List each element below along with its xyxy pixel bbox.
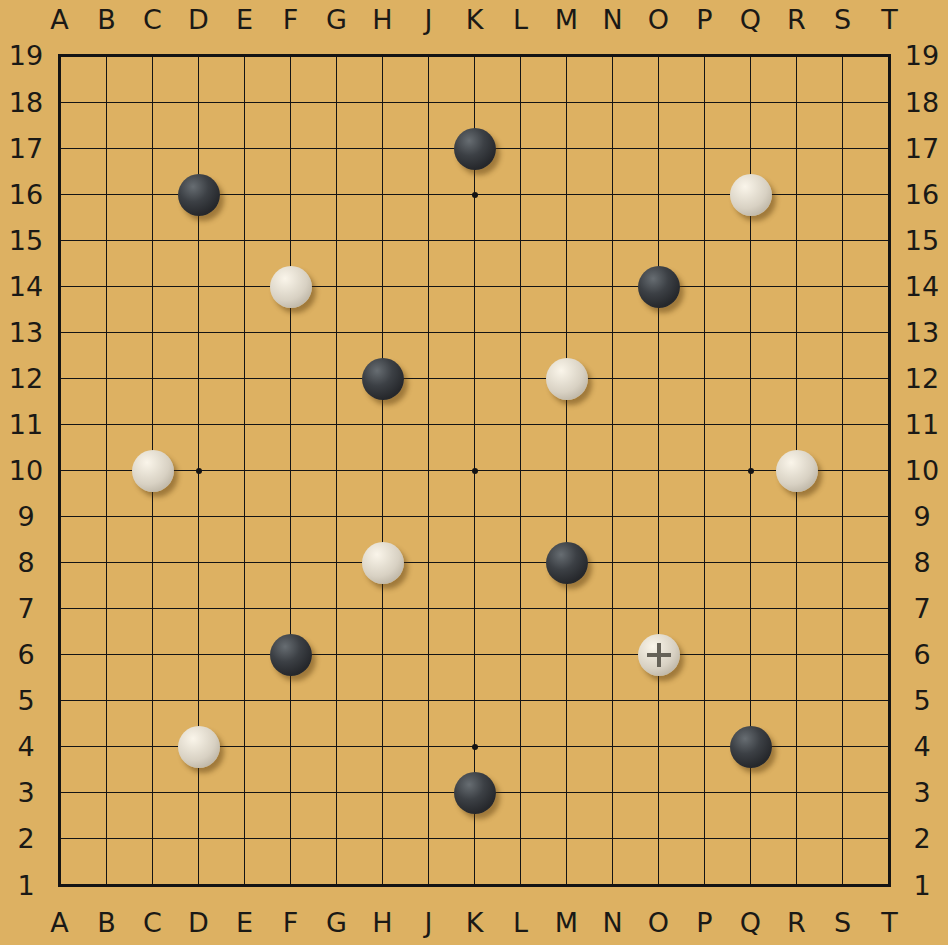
intersection-P6[interactable]: [682, 632, 728, 678]
intersection-M3[interactable]: [544, 770, 590, 816]
intersection-M19[interactable]: [544, 33, 590, 79]
intersection-Q6[interactable]: [728, 632, 774, 678]
intersection-F17[interactable]: [268, 126, 314, 172]
intersection-P12[interactable]: [682, 356, 728, 402]
intersection-N2[interactable]: [590, 816, 636, 862]
intersection-Q7[interactable]: [728, 586, 774, 632]
intersection-N18[interactable]: [590, 80, 636, 126]
intersection-R9[interactable]: [774, 494, 820, 540]
intersection-N14[interactable]: [590, 264, 636, 310]
intersection-G10[interactable]: [314, 448, 360, 494]
intersection-Q19[interactable]: [728, 33, 774, 79]
intersection-H4[interactable]: [360, 724, 406, 770]
intersection-S9[interactable]: [820, 494, 866, 540]
intersection-N17[interactable]: [590, 126, 636, 172]
intersection-Q1[interactable]: [728, 863, 774, 909]
intersection-B17[interactable]: [84, 126, 130, 172]
intersection-C16[interactable]: [130, 172, 176, 218]
intersection-G12[interactable]: [314, 356, 360, 402]
intersection-K15[interactable]: [452, 218, 498, 264]
intersection-B3[interactable]: [84, 770, 130, 816]
intersection-P13[interactable]: [682, 310, 728, 356]
intersection-M1[interactable]: [544, 863, 590, 909]
intersection-M16[interactable]: [544, 172, 590, 218]
intersection-D19[interactable]: [176, 33, 222, 79]
intersection-P4[interactable]: [682, 724, 728, 770]
intersection-G8[interactable]: [314, 540, 360, 586]
intersection-F15[interactable]: [268, 218, 314, 264]
intersection-M14[interactable]: [544, 264, 590, 310]
intersection-D10[interactable]: [176, 448, 222, 494]
intersection-H6[interactable]: [360, 632, 406, 678]
intersection-Q12[interactable]: [728, 356, 774, 402]
intersection-A2[interactable]: [37, 816, 83, 862]
intersection-T18[interactable]: [867, 80, 913, 126]
intersection-L17[interactable]: [498, 126, 544, 172]
intersection-Q11[interactable]: [728, 402, 774, 448]
intersection-O7[interactable]: [636, 586, 682, 632]
intersection-L7[interactable]: [498, 586, 544, 632]
intersection-M9[interactable]: [544, 494, 590, 540]
intersection-E13[interactable]: [222, 310, 268, 356]
intersection-P9[interactable]: [682, 494, 728, 540]
intersection-K2[interactable]: [452, 816, 498, 862]
intersection-R3[interactable]: [774, 770, 820, 816]
intersection-F4[interactable]: [268, 724, 314, 770]
intersection-L8[interactable]: [498, 540, 544, 586]
intersection-E6[interactable]: [222, 632, 268, 678]
intersection-S3[interactable]: [820, 770, 866, 816]
intersection-C12[interactable]: [130, 356, 176, 402]
intersection-O10[interactable]: [636, 448, 682, 494]
intersection-Q2[interactable]: [728, 816, 774, 862]
intersection-N15[interactable]: [590, 218, 636, 264]
intersection-G2[interactable]: [314, 816, 360, 862]
intersection-C7[interactable]: [130, 586, 176, 632]
intersection-N5[interactable]: [590, 678, 636, 724]
intersection-A9[interactable]: [37, 494, 83, 540]
intersection-T17[interactable]: [867, 126, 913, 172]
intersection-F12[interactable]: [268, 356, 314, 402]
intersection-G18[interactable]: [314, 80, 360, 126]
intersection-P10[interactable]: [682, 448, 728, 494]
intersection-K16[interactable]: [452, 172, 498, 218]
intersection-J5[interactable]: [406, 678, 452, 724]
intersection-S13[interactable]: [820, 310, 866, 356]
intersection-H17[interactable]: [360, 126, 406, 172]
intersection-G13[interactable]: [314, 310, 360, 356]
intersection-B15[interactable]: [84, 218, 130, 264]
intersection-N9[interactable]: [590, 494, 636, 540]
intersection-D18[interactable]: [176, 80, 222, 126]
intersection-P16[interactable]: [682, 172, 728, 218]
intersection-F10[interactable]: [268, 448, 314, 494]
intersection-E14[interactable]: [222, 264, 268, 310]
intersection-E19[interactable]: [222, 33, 268, 79]
intersection-T9[interactable]: [867, 494, 913, 540]
intersection-L19[interactable]: [498, 33, 544, 79]
intersection-R12[interactable]: [774, 356, 820, 402]
intersection-M4[interactable]: [544, 724, 590, 770]
intersection-C11[interactable]: [130, 402, 176, 448]
intersection-P17[interactable]: [682, 126, 728, 172]
intersection-P5[interactable]: [682, 678, 728, 724]
intersection-E18[interactable]: [222, 80, 268, 126]
intersection-D17[interactable]: [176, 126, 222, 172]
intersection-C2[interactable]: [130, 816, 176, 862]
intersection-F11[interactable]: [268, 402, 314, 448]
intersection-N6[interactable]: [590, 632, 636, 678]
intersection-H5[interactable]: [360, 678, 406, 724]
intersection-B16[interactable]: [84, 172, 130, 218]
intersection-R1[interactable]: [774, 863, 820, 909]
intersection-R6[interactable]: [774, 632, 820, 678]
intersection-H11[interactable]: [360, 402, 406, 448]
intersection-F16[interactable]: [268, 172, 314, 218]
intersection-B2[interactable]: [84, 816, 130, 862]
intersection-H19[interactable]: [360, 33, 406, 79]
intersection-N1[interactable]: [590, 863, 636, 909]
intersection-K4[interactable]: [452, 724, 498, 770]
intersection-G17[interactable]: [314, 126, 360, 172]
intersection-Q4[interactable]: [728, 724, 774, 770]
intersection-M10[interactable]: [544, 448, 590, 494]
intersection-F6[interactable]: [268, 632, 314, 678]
intersection-B19[interactable]: [84, 33, 130, 79]
intersection-S12[interactable]: [820, 356, 866, 402]
intersection-A11[interactable]: [37, 402, 83, 448]
intersection-Q10[interactable]: [728, 448, 774, 494]
intersection-T10[interactable]: [867, 448, 913, 494]
intersection-T1[interactable]: [867, 863, 913, 909]
intersection-T16[interactable]: [867, 172, 913, 218]
intersection-G14[interactable]: [314, 264, 360, 310]
intersection-D6[interactable]: [176, 632, 222, 678]
intersection-K11[interactable]: [452, 402, 498, 448]
intersection-F3[interactable]: [268, 770, 314, 816]
intersection-G9[interactable]: [314, 494, 360, 540]
intersection-M8[interactable]: [544, 540, 590, 586]
intersection-A4[interactable]: [37, 724, 83, 770]
intersection-D5[interactable]: [176, 678, 222, 724]
intersection-O8[interactable]: [636, 540, 682, 586]
intersection-R18[interactable]: [774, 80, 820, 126]
intersection-L16[interactable]: [498, 172, 544, 218]
intersection-L11[interactable]: [498, 402, 544, 448]
intersection-C5[interactable]: [130, 678, 176, 724]
intersection-B1[interactable]: [84, 863, 130, 909]
intersection-J16[interactable]: [406, 172, 452, 218]
intersection-L14[interactable]: [498, 264, 544, 310]
intersection-H2[interactable]: [360, 816, 406, 862]
intersection-H15[interactable]: [360, 218, 406, 264]
intersection-M11[interactable]: [544, 402, 590, 448]
intersection-R15[interactable]: [774, 218, 820, 264]
intersection-J12[interactable]: [406, 356, 452, 402]
intersection-K1[interactable]: [452, 863, 498, 909]
intersection-E4[interactable]: [222, 724, 268, 770]
intersection-K8[interactable]: [452, 540, 498, 586]
intersection-K9[interactable]: [452, 494, 498, 540]
intersection-T2[interactable]: [867, 816, 913, 862]
intersection-F13[interactable]: [268, 310, 314, 356]
intersection-R2[interactable]: [774, 816, 820, 862]
intersection-Q15[interactable]: [728, 218, 774, 264]
intersection-E1[interactable]: [222, 863, 268, 909]
intersection-Q3[interactable]: [728, 770, 774, 816]
intersection-N11[interactable]: [590, 402, 636, 448]
intersection-L3[interactable]: [498, 770, 544, 816]
intersection-K19[interactable]: [452, 33, 498, 79]
intersection-L1[interactable]: [498, 863, 544, 909]
intersection-S8[interactable]: [820, 540, 866, 586]
intersection-E5[interactable]: [222, 678, 268, 724]
intersection-F7[interactable]: [268, 586, 314, 632]
intersection-J9[interactable]: [406, 494, 452, 540]
intersection-P19[interactable]: [682, 33, 728, 79]
intersection-D11[interactable]: [176, 402, 222, 448]
intersection-O13[interactable]: [636, 310, 682, 356]
intersection-S10[interactable]: [820, 448, 866, 494]
intersection-J13[interactable]: [406, 310, 452, 356]
intersection-J18[interactable]: [406, 80, 452, 126]
intersection-C9[interactable]: [130, 494, 176, 540]
intersection-A19[interactable]: [37, 33, 83, 79]
intersection-D14[interactable]: [176, 264, 222, 310]
intersection-T19[interactable]: [867, 33, 913, 79]
intersection-T5[interactable]: [867, 678, 913, 724]
intersection-H8[interactable]: [360, 540, 406, 586]
intersection-A13[interactable]: [37, 310, 83, 356]
intersection-B12[interactable]: [84, 356, 130, 402]
intersection-A5[interactable]: [37, 678, 83, 724]
intersection-D9[interactable]: [176, 494, 222, 540]
intersection-O9[interactable]: [636, 494, 682, 540]
intersection-S1[interactable]: [820, 863, 866, 909]
intersection-K14[interactable]: [452, 264, 498, 310]
intersection-E11[interactable]: [222, 402, 268, 448]
intersection-F18[interactable]: [268, 80, 314, 126]
intersection-J4[interactable]: [406, 724, 452, 770]
intersection-R14[interactable]: [774, 264, 820, 310]
intersection-K12[interactable]: [452, 356, 498, 402]
intersection-D12[interactable]: [176, 356, 222, 402]
intersection-E3[interactable]: [222, 770, 268, 816]
intersection-R8[interactable]: [774, 540, 820, 586]
intersection-D8[interactable]: [176, 540, 222, 586]
intersection-C19[interactable]: [130, 33, 176, 79]
intersection-S5[interactable]: [820, 678, 866, 724]
intersection-L4[interactable]: [498, 724, 544, 770]
intersection-G4[interactable]: [314, 724, 360, 770]
intersection-L15[interactable]: [498, 218, 544, 264]
intersection-M6[interactable]: [544, 632, 590, 678]
intersection-B13[interactable]: [84, 310, 130, 356]
intersection-N3[interactable]: [590, 770, 636, 816]
intersection-Q16[interactable]: [728, 172, 774, 218]
intersection-A3[interactable]: [37, 770, 83, 816]
intersection-O18[interactable]: [636, 80, 682, 126]
intersection-L13[interactable]: [498, 310, 544, 356]
intersection-H14[interactable]: [360, 264, 406, 310]
intersection-T4[interactable]: [867, 724, 913, 770]
intersection-G16[interactable]: [314, 172, 360, 218]
intersection-K17[interactable]: [452, 126, 498, 172]
intersection-L18[interactable]: [498, 80, 544, 126]
intersection-A7[interactable]: [37, 586, 83, 632]
intersection-D16[interactable]: [176, 172, 222, 218]
intersection-A15[interactable]: [37, 218, 83, 264]
intersection-Q5[interactable]: [728, 678, 774, 724]
intersection-N10[interactable]: [590, 448, 636, 494]
intersection-K6[interactable]: [452, 632, 498, 678]
intersection-F2[interactable]: [268, 816, 314, 862]
intersection-E9[interactable]: [222, 494, 268, 540]
intersection-A1[interactable]: [37, 863, 83, 909]
intersection-L5[interactable]: [498, 678, 544, 724]
intersection-H3[interactable]: [360, 770, 406, 816]
intersection-Q9[interactable]: [728, 494, 774, 540]
intersection-F19[interactable]: [268, 33, 314, 79]
intersection-H7[interactable]: [360, 586, 406, 632]
intersection-J17[interactable]: [406, 126, 452, 172]
intersection-E17[interactable]: [222, 126, 268, 172]
intersection-T7[interactable]: [867, 586, 913, 632]
intersection-B7[interactable]: [84, 586, 130, 632]
intersection-B11[interactable]: [84, 402, 130, 448]
intersection-K5[interactable]: [452, 678, 498, 724]
intersection-T11[interactable]: [867, 402, 913, 448]
intersection-N19[interactable]: [590, 33, 636, 79]
intersection-B18[interactable]: [84, 80, 130, 126]
intersection-O1[interactable]: [636, 863, 682, 909]
intersection-L9[interactable]: [498, 494, 544, 540]
intersection-O11[interactable]: [636, 402, 682, 448]
intersection-A8[interactable]: [37, 540, 83, 586]
intersection-R17[interactable]: [774, 126, 820, 172]
intersection-M5[interactable]: [544, 678, 590, 724]
intersection-C10[interactable]: [130, 448, 176, 494]
intersection-A14[interactable]: [37, 264, 83, 310]
intersection-G3[interactable]: [314, 770, 360, 816]
intersection-C15[interactable]: [130, 218, 176, 264]
intersection-O12[interactable]: [636, 356, 682, 402]
intersection-A6[interactable]: [37, 632, 83, 678]
intersection-D3[interactable]: [176, 770, 222, 816]
intersection-R19[interactable]: [774, 33, 820, 79]
intersection-A17[interactable]: [37, 126, 83, 172]
intersection-O14[interactable]: [636, 264, 682, 310]
intersection-A18[interactable]: [37, 80, 83, 126]
intersection-F5[interactable]: [268, 678, 314, 724]
intersection-B4[interactable]: [84, 724, 130, 770]
intersection-D15[interactable]: [176, 218, 222, 264]
intersection-H12[interactable]: [360, 356, 406, 402]
intersection-H13[interactable]: [360, 310, 406, 356]
intersection-P18[interactable]: [682, 80, 728, 126]
intersection-N7[interactable]: [590, 586, 636, 632]
intersection-B9[interactable]: [84, 494, 130, 540]
intersection-P14[interactable]: [682, 264, 728, 310]
intersection-C14[interactable]: [130, 264, 176, 310]
intersection-T12[interactable]: [867, 356, 913, 402]
intersection-T13[interactable]: [867, 310, 913, 356]
intersection-N4[interactable]: [590, 724, 636, 770]
intersection-C3[interactable]: [130, 770, 176, 816]
intersection-L6[interactable]: [498, 632, 544, 678]
intersection-P11[interactable]: [682, 402, 728, 448]
intersection-D7[interactable]: [176, 586, 222, 632]
intersection-L10[interactable]: [498, 448, 544, 494]
intersection-F8[interactable]: [268, 540, 314, 586]
intersection-J15[interactable]: [406, 218, 452, 264]
intersection-N12[interactable]: [590, 356, 636, 402]
intersection-R7[interactable]: [774, 586, 820, 632]
intersection-C8[interactable]: [130, 540, 176, 586]
intersection-H9[interactable]: [360, 494, 406, 540]
intersection-G1[interactable]: [314, 863, 360, 909]
intersection-H10[interactable]: [360, 448, 406, 494]
intersection-J3[interactable]: [406, 770, 452, 816]
intersection-S2[interactable]: [820, 816, 866, 862]
intersection-G7[interactable]: [314, 586, 360, 632]
intersection-G19[interactable]: [314, 33, 360, 79]
intersection-F9[interactable]: [268, 494, 314, 540]
intersection-P2[interactable]: [682, 816, 728, 862]
intersection-A12[interactable]: [37, 356, 83, 402]
intersection-H16[interactable]: [360, 172, 406, 218]
intersection-C17[interactable]: [130, 126, 176, 172]
intersection-M2[interactable]: [544, 816, 590, 862]
intersection-P7[interactable]: [682, 586, 728, 632]
intersection-S14[interactable]: [820, 264, 866, 310]
intersection-M17[interactable]: [544, 126, 590, 172]
intersection-A10[interactable]: [37, 448, 83, 494]
intersection-R13[interactable]: [774, 310, 820, 356]
intersection-F1[interactable]: [268, 863, 314, 909]
intersection-P1[interactable]: [682, 863, 728, 909]
intersection-M18[interactable]: [544, 80, 590, 126]
intersection-E16[interactable]: [222, 172, 268, 218]
intersection-D2[interactable]: [176, 816, 222, 862]
intersection-B10[interactable]: [84, 448, 130, 494]
intersection-B14[interactable]: [84, 264, 130, 310]
intersection-C13[interactable]: [130, 310, 176, 356]
intersection-J10[interactable]: [406, 448, 452, 494]
intersection-R4[interactable]: [774, 724, 820, 770]
intersection-J14[interactable]: [406, 264, 452, 310]
intersection-R16[interactable]: [774, 172, 820, 218]
intersection-J19[interactable]: [406, 33, 452, 79]
intersection-C1[interactable]: [130, 863, 176, 909]
intersection-E12[interactable]: [222, 356, 268, 402]
intersection-T15[interactable]: [867, 218, 913, 264]
intersection-R11[interactable]: [774, 402, 820, 448]
intersection-N16[interactable]: [590, 172, 636, 218]
intersection-C4[interactable]: [130, 724, 176, 770]
intersection-Q13[interactable]: [728, 310, 774, 356]
intersection-O2[interactable]: [636, 816, 682, 862]
intersection-E2[interactable]: [222, 816, 268, 862]
intersection-E8[interactable]: [222, 540, 268, 586]
intersection-J11[interactable]: [406, 402, 452, 448]
intersection-J2[interactable]: [406, 816, 452, 862]
intersection-T8[interactable]: [867, 540, 913, 586]
intersection-S16[interactable]: [820, 172, 866, 218]
intersection-S17[interactable]: [820, 126, 866, 172]
intersection-K13[interactable]: [452, 310, 498, 356]
intersection-K18[interactable]: [452, 80, 498, 126]
